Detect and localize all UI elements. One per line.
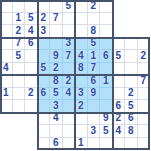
cell-r4c7[interactable] (75, 38, 88, 51)
cell-r7c7[interactable] (75, 75, 88, 88)
cell-r7c4[interactable] (38, 75, 51, 88)
cell-r8c10[interactable] (113, 88, 126, 101)
cell-r11c8[interactable]: 3 (88, 125, 101, 138)
cell-r11c4[interactable] (38, 125, 51, 138)
cell-r2c8[interactable] (88, 13, 101, 26)
sudoku-board: 5215272438763559741652452878261712654392… (0, 0, 150, 150)
cell-r4c5[interactable] (50, 38, 63, 51)
outside-area (0, 125, 13, 138)
thick-horizontal-line (0, 0, 114, 2)
outside-area (125, 0, 138, 13)
cell-r5c8[interactable]: 1 (88, 50, 101, 63)
cell-r10c11[interactable]: 6 (125, 113, 138, 126)
cell-r8c5[interactable]: 5 (50, 88, 63, 101)
cell-r10c8[interactable] (88, 113, 101, 126)
cell-r2c7[interactable] (75, 13, 88, 26)
outside-area (13, 138, 26, 151)
cell-r8c7[interactable]: 3 (75, 88, 88, 101)
cell-r4c11[interactable] (125, 38, 138, 51)
cell-r2c5[interactable]: 7 (50, 13, 63, 26)
cell-r7c8[interactable]: 6 (88, 75, 101, 88)
cell-r11c5[interactable] (50, 125, 63, 138)
cell-r5c4[interactable] (38, 50, 51, 63)
cell-r8c8[interactable]: 9 (88, 88, 101, 101)
cell-r11c11[interactable]: 8 (125, 125, 138, 138)
cell-r4c2[interactable]: 7 (13, 38, 26, 51)
outside-area (138, 13, 151, 26)
cell-r7c2[interactable] (13, 75, 26, 88)
outside-area (0, 138, 13, 151)
cell-r8c11[interactable]: 2 (125, 88, 138, 101)
cell-r7c10[interactable] (113, 75, 126, 88)
outside-area (13, 125, 26, 138)
cell-r7c11[interactable] (125, 75, 138, 88)
outside-area (0, 113, 13, 126)
outside-area (113, 0, 126, 13)
thick-vertical-line (0, 0, 2, 114)
outside-area (138, 0, 151, 13)
cell-r4c4[interactable] (38, 38, 51, 51)
outside-area (13, 113, 26, 126)
cell-r8c4[interactable]: 6 (38, 88, 51, 101)
cell-r5c10[interactable]: 5 (113, 50, 126, 63)
cell-r11c10[interactable]: 4 (113, 125, 126, 138)
cell-r4c10[interactable] (113, 38, 126, 51)
cell-r5c11[interactable] (125, 50, 138, 63)
cell-r10c10[interactable]: 2 (113, 113, 126, 126)
cell-r11c7[interactable] (75, 125, 88, 138)
thick-vertical-line (148, 37, 150, 151)
cell-r7c5[interactable]: 8 (50, 75, 63, 88)
sudoku-puzzle-screenshot: 5215272438763559741652452878261712654392… (0, 0, 150, 150)
outside-area (125, 13, 138, 26)
cell-r5c7[interactable]: 4 (75, 50, 88, 63)
thick-horizontal-line (0, 74, 150, 76)
thick-horizontal-line (0, 112, 150, 114)
cell-r2c4[interactable]: 2 (38, 13, 51, 26)
cell-r10c4[interactable] (38, 113, 51, 126)
cell-r5c2[interactable]: 5 (13, 50, 26, 63)
cell-r4c8[interactable]: 5 (88, 38, 101, 51)
cell-r5c5[interactable]: 9 (50, 50, 63, 63)
cell-r2c2[interactable]: 1 (13, 13, 26, 26)
cell-r10c5[interactable]: 4 (50, 113, 63, 126)
cell-r8c2[interactable] (13, 88, 26, 101)
thick-horizontal-line (0, 37, 150, 39)
cell-r10c7[interactable] (75, 113, 88, 126)
thick-horizontal-line (37, 148, 151, 150)
outside-area (113, 13, 126, 26)
